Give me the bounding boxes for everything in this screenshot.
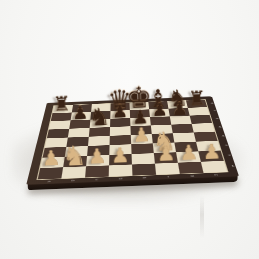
- piece-white-pawn-c2[interactable]: ♟: [87, 147, 106, 168]
- piece-layer: ♜♛♚♝♞♜♟♟♟♟♞♟♟♞♟♞♟♟♟♟♟: [0, 0, 259, 259]
- piece-black-pawn-d7[interactable]: ♟: [112, 102, 129, 121]
- piece-black-knight-c6[interactable]: ♞: [88, 105, 111, 130]
- piece-white-pawn-e4[interactable]: ♟: [133, 126, 151, 146]
- piece-white-pawn-g2[interactable]: ♟: [179, 143, 198, 164]
- piece-white-pawn-d2[interactable]: ♟: [110, 146, 129, 167]
- piece-black-pawn-f7[interactable]: ♟: [151, 100, 168, 119]
- piece-white-pawn-h2[interactable]: ♟: [202, 142, 221, 163]
- piece-black-pawn-b7[interactable]: ♟: [72, 103, 89, 122]
- board-scene: abcdefgh 12345678 ♜♛♚♝♞♜♟♟♟♟♞♟♟♞♟♞♟♟♟♟♟: [0, 0, 259, 259]
- chessboard-product-photo: abcdefgh 12345678 ♜♛♚♝♞♜♟♟♟♟♞♟♟♞♟♞♟♟♟♟♟: [0, 0, 259, 259]
- piece-white-knight-b2[interactable]: ♞: [62, 142, 87, 170]
- piece-black-rook-h8[interactable]: ♜: [188, 89, 206, 109]
- piece-white-pawn-a2[interactable]: ♟: [42, 149, 61, 170]
- piece-black-rook-a8[interactable]: ♜: [53, 95, 71, 115]
- piece-white-pawn-f2[interactable]: ♟: [156, 144, 175, 165]
- piece-black-pawn-g7[interactable]: ♟: [171, 99, 188, 118]
